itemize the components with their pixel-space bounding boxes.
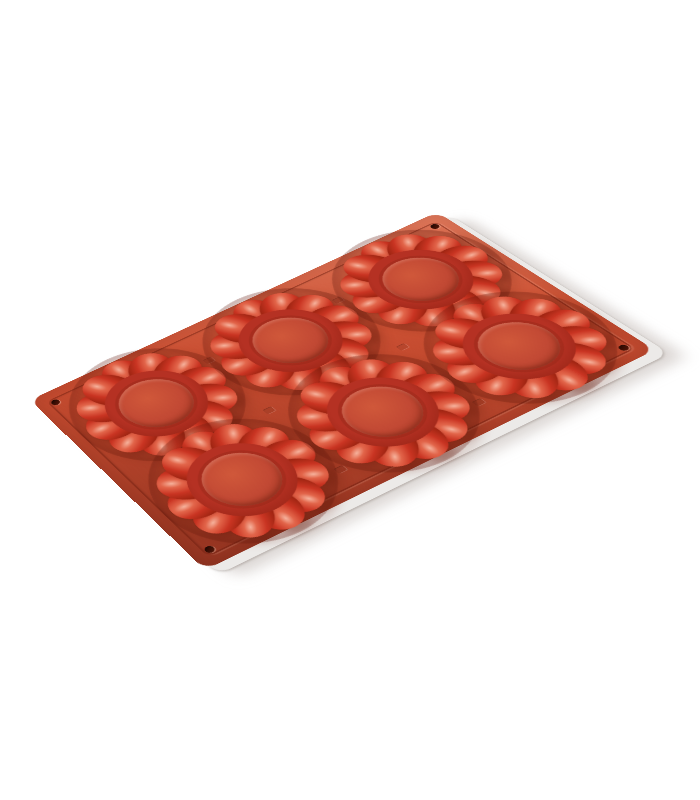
product-photo-stage (0, 0, 700, 800)
cavities-group (30, 212, 437, 400)
